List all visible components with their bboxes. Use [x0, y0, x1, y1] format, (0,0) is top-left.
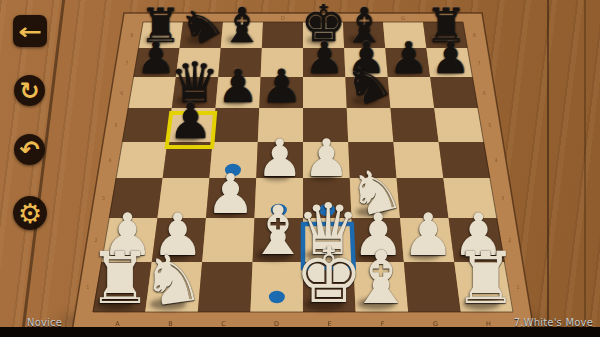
svg-text:6: 6 [120, 90, 123, 96]
svg-text:8: 8 [473, 32, 476, 38]
undo-button[interactable]: ↶ [14, 134, 45, 165]
piece-black-p-e7[interactable]: ♟ [304, 36, 343, 80]
turn-indicator: 7.White's Move [514, 317, 593, 328]
svg-text:D: D [281, 15, 285, 21]
piece-black-p-b5[interactable]: ♟ [169, 98, 213, 147]
svg-text:8: 8 [130, 32, 133, 38]
svg-text:4: 4 [108, 157, 111, 163]
settings-button[interactable]: ⚙ [13, 196, 47, 230]
piece-white-p-e4[interactable]: ♟ [303, 133, 349, 185]
gear-icon: ⚙ [18, 198, 42, 229]
svg-text:7: 7 [125, 60, 128, 66]
difficulty-label: Novice [27, 317, 62, 328]
restart-button[interactable]: ↻ [14, 75, 45, 106]
undo-icon: ↶ [19, 136, 39, 164]
piece-white-r-h1[interactable]: ♜ [454, 243, 518, 314]
piece-black-p-c6[interactable]: ♟ [217, 64, 258, 110]
piece-white-n-b1[interactable]: ♞ [137, 242, 207, 318]
svg-text:6: 6 [483, 90, 486, 96]
piece-black-p-d6[interactable]: ♟ [261, 64, 302, 110]
piece-black-p-g7[interactable]: ♟ [389, 36, 428, 80]
bottom-bar [0, 327, 600, 337]
svg-text:4: 4 [494, 157, 497, 163]
piece-black-p-h7[interactable]: ♟ [431, 36, 470, 80]
back-arrow-icon: ← [18, 19, 42, 44]
svg-text:5: 5 [488, 122, 491, 128]
svg-text:G: G [401, 15, 405, 21]
svg-text:5: 5 [115, 122, 118, 128]
piece-white-p-d4[interactable]: ♟ [256, 133, 302, 185]
back-button[interactable]: ← [13, 15, 47, 47]
piece-white-b-f1[interactable]: ♝ [349, 241, 415, 314]
piece-black-b-c8[interactable]: ♝ [220, 1, 263, 49]
svg-text:7: 7 [477, 60, 480, 66]
chess-app-screen: AABBCCDDEEFFGGHH1122334455667788 ♜♞♝♚♝♜♟… [0, 0, 600, 337]
restart-icon: ↻ [19, 77, 39, 105]
